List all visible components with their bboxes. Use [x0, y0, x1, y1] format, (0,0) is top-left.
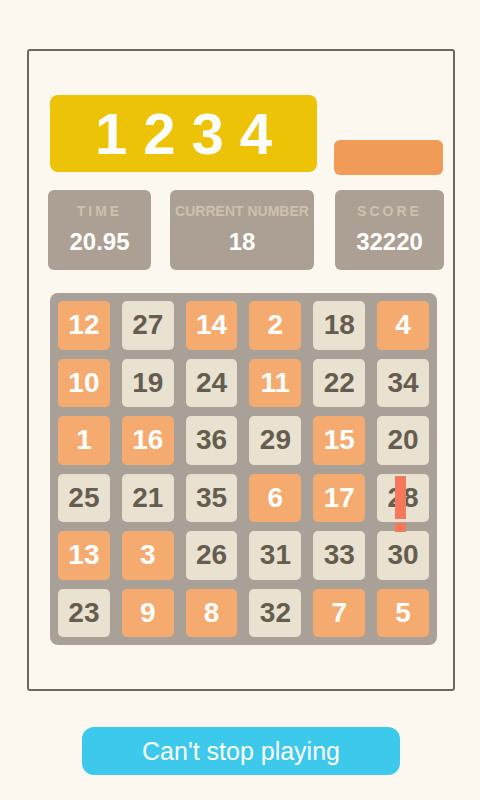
tile-25[interactable]: 25: [58, 474, 110, 523]
tile-number: 35: [196, 482, 227, 514]
tile-27[interactable]: 27: [122, 301, 174, 350]
tile-7[interactable]: 7: [313, 589, 365, 638]
tile-number: 16: [132, 424, 163, 456]
tile-22[interactable]: 22: [313, 359, 365, 408]
tile-number: 3: [140, 539, 156, 571]
number-grid: 1227142184101924112234116362915202521356…: [58, 301, 429, 637]
stat-box-score: SCORE 32220: [335, 190, 444, 270]
tile-number: 20: [387, 424, 418, 456]
tile-number: 8: [204, 597, 220, 629]
tile-4[interactable]: 4: [377, 301, 429, 350]
error-exclamation-bar: [395, 476, 406, 519]
tile-number: 32: [260, 597, 291, 629]
tile-number: 34: [387, 367, 418, 399]
tile-15[interactable]: 15: [313, 416, 365, 465]
tile-number: 19: [132, 367, 163, 399]
tile-32[interactable]: 32: [249, 589, 301, 638]
tile-9[interactable]: 9: [122, 589, 174, 638]
tile-19[interactable]: 19: [122, 359, 174, 408]
tile-number: 18: [324, 309, 355, 341]
tile-number: 2: [268, 309, 284, 341]
tile-number: 17: [324, 482, 355, 514]
tile-number: 1: [76, 424, 92, 456]
tile-36[interactable]: 36: [186, 416, 238, 465]
tile-18[interactable]: 18: [313, 301, 365, 350]
tile-6[interactable]: 6: [249, 474, 301, 523]
tile-number: 4: [395, 309, 411, 341]
tile-number: 12: [68, 309, 99, 341]
tile-13[interactable]: 13: [58, 531, 110, 580]
tile-number: 6: [268, 482, 284, 514]
current-number-value: 18: [170, 228, 314, 256]
tile-20[interactable]: 20: [377, 416, 429, 465]
tile-17[interactable]: 17: [313, 474, 365, 523]
tile-26[interactable]: 26: [186, 531, 238, 580]
tile-1[interactable]: 1: [58, 416, 110, 465]
tile-number: 22: [324, 367, 355, 399]
tile-number: 24: [196, 367, 227, 399]
tile-28[interactable]: 28: [377, 474, 429, 523]
title-banner: 1234: [50, 95, 317, 172]
tile-2[interactable]: 2: [249, 301, 301, 350]
tile-33[interactable]: 33: [313, 531, 365, 580]
tile-8[interactable]: 8: [186, 589, 238, 638]
tile-number: 11: [261, 367, 291, 399]
game-title: 1234: [79, 95, 288, 172]
play-again-button[interactable]: Can't stop playing: [82, 727, 400, 775]
tile-16[interactable]: 16: [122, 416, 174, 465]
tile-number: 13: [68, 539, 99, 571]
tile-number: 9: [140, 597, 156, 629]
tile-number: 14: [196, 309, 227, 341]
game-card: 1234 TIME 20.95 CURRENT NUMBER 18 SCORE …: [27, 49, 455, 691]
tile-number: 29: [260, 424, 291, 456]
tile-24[interactable]: 24: [186, 359, 238, 408]
time-label: TIME: [48, 203, 151, 219]
tile-5[interactable]: 5: [377, 589, 429, 638]
tile-number: 23: [68, 597, 99, 629]
tile-12[interactable]: 12: [58, 301, 110, 350]
tile-number: 5: [395, 597, 411, 629]
tile-number: 25: [68, 482, 99, 514]
tile-number: 26: [196, 539, 227, 571]
tile-29[interactable]: 29: [249, 416, 301, 465]
tile-11[interactable]: 11: [249, 359, 301, 408]
tile-3[interactable]: 3: [122, 531, 174, 580]
tile-14[interactable]: 14: [186, 301, 238, 350]
score-value: 32220: [335, 228, 444, 256]
tile-number: 33: [324, 539, 355, 571]
tile-number: 7: [331, 597, 347, 629]
tile-number: 31: [260, 539, 291, 571]
stat-box-current-number: CURRENT NUMBER 18: [170, 190, 314, 270]
tile-number: 15: [324, 424, 355, 456]
tile-31[interactable]: 31: [249, 531, 301, 580]
grid-panel: 1227142184101924112234116362915202521356…: [50, 293, 437, 645]
tile-30[interactable]: 30: [377, 531, 429, 580]
score-label: SCORE: [335, 203, 444, 219]
screen: 1234 TIME 20.95 CURRENT NUMBER 18 SCORE …: [0, 0, 480, 800]
tile-number: 21: [132, 482, 163, 514]
accent-bar: [334, 140, 443, 175]
tile-21[interactable]: 21: [122, 474, 174, 523]
tile-10[interactable]: 10: [58, 359, 110, 408]
tile-number: 36: [196, 424, 227, 456]
tile-number: 30: [387, 539, 418, 571]
tile-35[interactable]: 35: [186, 474, 238, 523]
tile-number: 27: [132, 309, 163, 341]
time-value: 20.95: [48, 228, 151, 256]
stat-box-time: TIME 20.95: [48, 190, 151, 270]
tile-23[interactable]: 23: [58, 589, 110, 638]
tile-number: 10: [68, 367, 99, 399]
tile-34[interactable]: 34: [377, 359, 429, 408]
current-number-label: CURRENT NUMBER: [170, 203, 314, 219]
error-exclamation-dot: [395, 523, 406, 532]
